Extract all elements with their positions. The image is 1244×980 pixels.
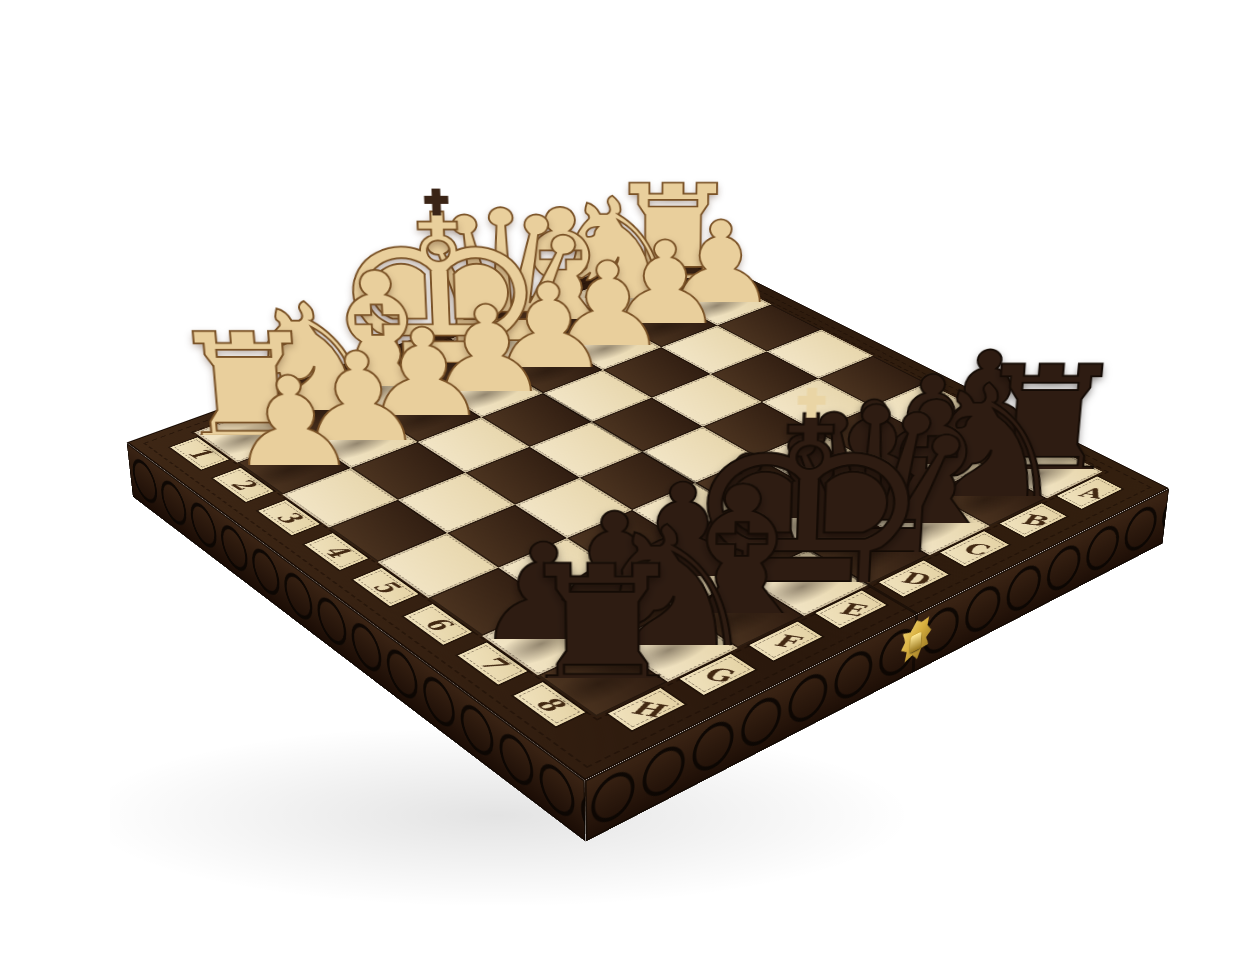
- rook-glyph: ♜: [509, 542, 693, 714]
- photo-scene: 12345678 HGFEDCBA ♜♞♝♚♛♝♞♜♟♟♟♟♟♟♟♟♟♟♟♟♟♟…: [0, 0, 1244, 980]
- piece-white-pawn-h2: ♟: [136, 184, 423, 464]
- pieces-layer: ♜♞♝♚♛♝♞♜♟♟♟♟♟♟♟♟♟♟♟♟♟♟♟♟♜♞♝♚♛♝♞♜: [127, 243, 1170, 780]
- white-backdrop: { "game": "chess", "description": "Handc…: [0, 0, 1244, 980]
- chess-board: 12345678 HGFEDCBA ♜♞♝♚♛♝♞♜♟♟♟♟♟♟♟♟♟♟♟♟♟♟…: [127, 243, 1170, 780]
- piece-black-rook-h8: ♜: [442, 369, 759, 678]
- pawn-glyph: ♟: [218, 359, 363, 494]
